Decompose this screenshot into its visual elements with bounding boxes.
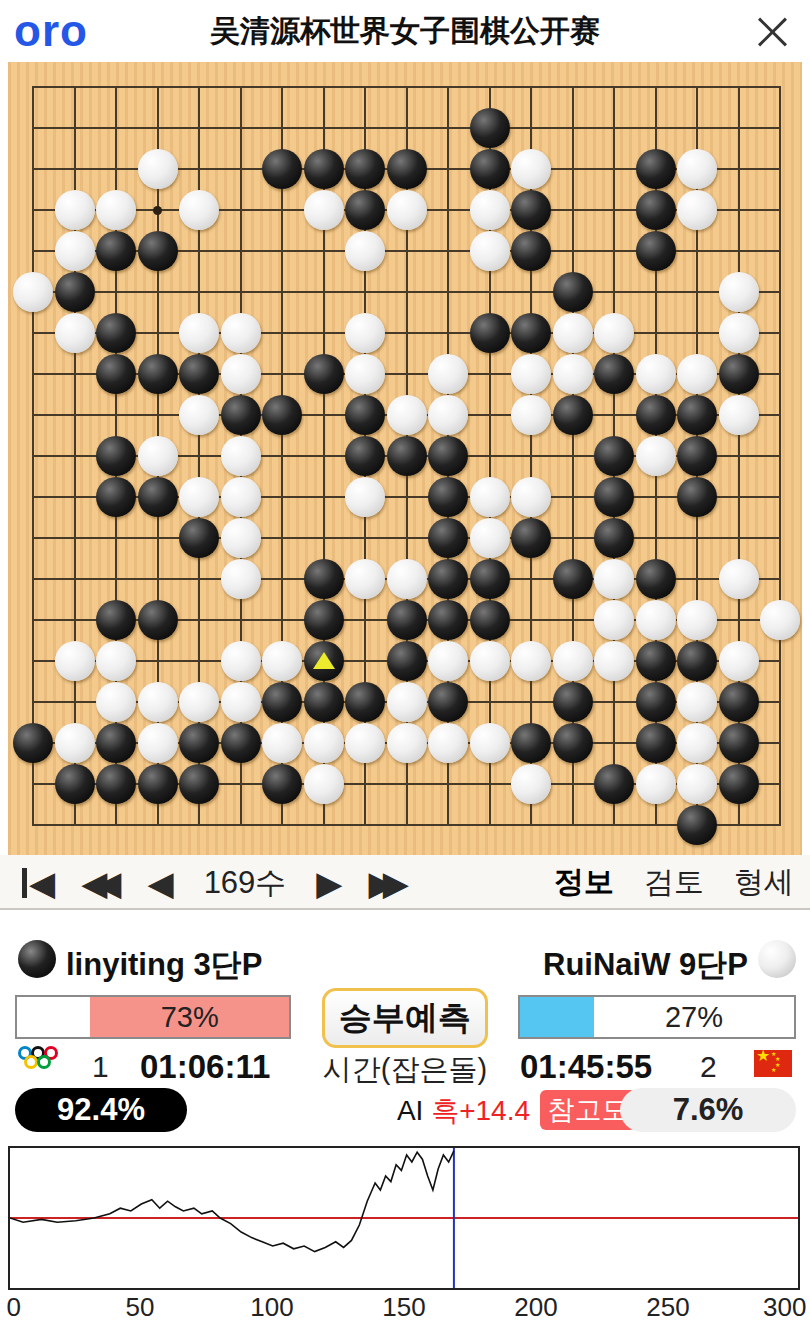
ai-label: AI xyxy=(397,1095,423,1126)
white-vote-fill xyxy=(520,997,594,1037)
stone-white xyxy=(221,354,261,394)
stone-black xyxy=(304,600,344,640)
stone-white xyxy=(553,354,593,394)
last-move-marker xyxy=(313,652,335,669)
graph-x-axis: 050100150200250300 xyxy=(8,1292,800,1322)
stone-black xyxy=(511,723,551,763)
stone-black xyxy=(553,723,593,763)
stone-black xyxy=(96,354,136,394)
stone-white xyxy=(262,641,302,681)
stone-black xyxy=(636,395,676,435)
stone-black xyxy=(304,559,344,599)
black-clock: 01:06:11 xyxy=(140,1048,270,1086)
stone-black xyxy=(55,764,95,804)
stone-black xyxy=(677,805,717,845)
stone-black xyxy=(304,682,344,722)
black-vote-bar: 73% xyxy=(15,995,291,1039)
stone-black xyxy=(179,764,219,804)
stone-white xyxy=(55,641,95,681)
stone-white xyxy=(511,354,551,394)
page-title: 吴清源杯世界女子围棋公开赛 xyxy=(0,0,810,62)
stone-white xyxy=(138,682,178,722)
stone-white xyxy=(55,723,95,763)
stone-black xyxy=(594,764,634,804)
stone-white xyxy=(428,723,468,763)
stone-black xyxy=(387,149,427,189)
nav-controls: ◀ ◀◀ ◀ 169수 ▶ ▶▶ xyxy=(22,855,409,910)
stone-black xyxy=(96,477,136,517)
tab-bar: 정보 검토 형세 xyxy=(554,855,794,910)
stone-black xyxy=(428,436,468,476)
stone-white xyxy=(677,600,717,640)
stone-black xyxy=(470,149,510,189)
stone-black xyxy=(428,600,468,640)
x-tick-label: 100 xyxy=(250,1292,293,1323)
move-navigation-bar: ◀ ◀◀ ◀ 169수 ▶ ▶▶ 정보 검토 형세 xyxy=(0,855,810,910)
stone-black xyxy=(96,231,136,271)
stone-white xyxy=(304,764,344,804)
stone-white xyxy=(345,354,385,394)
stone-white xyxy=(304,723,344,763)
stone-white xyxy=(470,190,510,230)
stone-white xyxy=(55,313,95,353)
stone-black xyxy=(470,313,510,353)
stone-black xyxy=(636,190,676,230)
stone-black xyxy=(636,723,676,763)
stone-black xyxy=(594,518,634,558)
stone-white xyxy=(138,436,178,476)
black-stone-icon xyxy=(18,940,56,978)
stone-white xyxy=(345,559,385,599)
stone-white xyxy=(138,723,178,763)
stone-white xyxy=(594,313,634,353)
stone-black xyxy=(594,436,634,476)
stone-black xyxy=(179,518,219,558)
stone-white xyxy=(179,682,219,722)
stone-black xyxy=(428,559,468,599)
stone-white xyxy=(138,149,178,189)
stone-black xyxy=(719,723,759,763)
stone-black xyxy=(345,395,385,435)
stone-black xyxy=(636,682,676,722)
stone-white xyxy=(719,559,759,599)
olympic-rings-icon xyxy=(18,1046,64,1076)
stone-black xyxy=(428,682,468,722)
china-flag-icon: ★ ★ ★ ★ ★ xyxy=(754,1050,792,1077)
stone-black xyxy=(677,436,717,476)
stone-white xyxy=(221,313,261,353)
stone-black xyxy=(262,149,302,189)
stone-black xyxy=(179,354,219,394)
stone-black xyxy=(345,149,385,189)
stone-black xyxy=(677,641,717,681)
white-stone-icon xyxy=(758,940,796,978)
stone-black xyxy=(138,231,178,271)
stone-white xyxy=(470,231,510,271)
board-wood xyxy=(8,62,802,855)
stone-white xyxy=(511,395,551,435)
stone-black xyxy=(262,682,302,722)
star-point xyxy=(153,206,162,215)
winrate-graph[interactable] xyxy=(8,1146,800,1290)
stone-white xyxy=(221,518,261,558)
stone-white xyxy=(594,641,634,681)
stone-white xyxy=(428,354,468,394)
stone-white xyxy=(636,354,676,394)
stone-black xyxy=(387,641,427,681)
forward-button[interactable]: ▶ xyxy=(316,863,342,903)
header: oro 吴清源杯世界女子围棋公开赛 xyxy=(0,0,810,62)
stone-white xyxy=(96,641,136,681)
stone-black xyxy=(345,436,385,476)
stone-white xyxy=(553,641,593,681)
stone-white xyxy=(96,682,136,722)
stone-black xyxy=(179,723,219,763)
stone-white xyxy=(594,559,634,599)
stone-white xyxy=(55,231,95,271)
stone-white xyxy=(179,313,219,353)
stone-white xyxy=(55,190,95,230)
stone-black xyxy=(96,723,136,763)
stone-white xyxy=(677,149,717,189)
stone-black xyxy=(511,313,551,353)
stone-black xyxy=(553,559,593,599)
stone-white xyxy=(719,272,759,312)
x-tick-label: 150 xyxy=(382,1292,425,1323)
stone-black xyxy=(594,354,634,394)
stone-black xyxy=(387,436,427,476)
stone-black xyxy=(470,600,510,640)
stone-white xyxy=(636,600,676,640)
x-tick-label: 0 xyxy=(7,1292,21,1323)
stone-white xyxy=(511,477,551,517)
stone-black xyxy=(511,231,551,271)
stone-black xyxy=(553,682,593,722)
stone-black xyxy=(221,723,261,763)
stone-white xyxy=(428,641,468,681)
stone-black xyxy=(636,231,676,271)
stone-black xyxy=(304,149,344,189)
tab-position[interactable]: 형세 xyxy=(734,862,794,903)
tab-review[interactable]: 검토 xyxy=(644,862,704,903)
stone-white xyxy=(719,313,759,353)
stone-white xyxy=(594,600,634,640)
black-player-name: linyiting 3단P xyxy=(66,944,262,986)
stone-white xyxy=(221,559,261,599)
stone-white xyxy=(677,764,717,804)
stone-black xyxy=(511,190,551,230)
stone-white xyxy=(387,682,427,722)
white-vote-percent: 27% xyxy=(594,997,794,1037)
stone-white xyxy=(387,190,427,230)
stone-black xyxy=(636,641,676,681)
stone-black xyxy=(470,559,510,599)
stone-black xyxy=(304,354,344,394)
white-ai-winrate: 7.6% xyxy=(620,1088,796,1132)
stone-white xyxy=(304,190,344,230)
stone-black xyxy=(138,600,178,640)
ai-evaluation: AI 흑+14.4 xyxy=(290,1092,530,1130)
stone-white xyxy=(221,477,261,517)
stone-black xyxy=(719,354,759,394)
white-vote-bar: 27% xyxy=(518,995,796,1039)
stone-white xyxy=(221,682,261,722)
stone-white xyxy=(760,600,800,640)
stone-white xyxy=(511,764,551,804)
stone-white xyxy=(470,723,510,763)
stone-white xyxy=(179,477,219,517)
stone-black xyxy=(677,395,717,435)
stone-black xyxy=(55,272,95,312)
stone-white xyxy=(553,313,593,353)
app-window: oro 吴清源杯世界女子围棋公开赛 ◀ ◀◀ ◀ 169수 ▶ ▶▶ 정보 검토… xyxy=(0,0,810,1323)
stone-white xyxy=(470,518,510,558)
stone-black xyxy=(387,600,427,640)
fast-back-button[interactable]: ◀◀ xyxy=(81,863,121,903)
time-captures-caption: 시간(잡은돌) xyxy=(280,1050,530,1090)
stone-black xyxy=(636,559,676,599)
win-prediction-button[interactable]: 승부예측 xyxy=(322,988,488,1048)
stone-black xyxy=(96,600,136,640)
stone-white xyxy=(221,436,261,476)
winrate-chart-svg xyxy=(10,1148,798,1288)
black-captures: 1 xyxy=(92,1050,109,1084)
move-number: 169수 xyxy=(204,862,287,904)
stone-white xyxy=(470,477,510,517)
stone-white xyxy=(470,641,510,681)
stone-black xyxy=(636,149,676,189)
stone-white xyxy=(677,682,717,722)
stone-white xyxy=(677,354,717,394)
stone-white xyxy=(636,436,676,476)
stone-white xyxy=(345,313,385,353)
stone-black xyxy=(428,518,468,558)
stone-black xyxy=(138,477,178,517)
stone-black xyxy=(96,313,136,353)
stone-white xyxy=(345,477,385,517)
stone-white xyxy=(345,231,385,271)
stone-black xyxy=(221,395,261,435)
black-vote-percent: 73% xyxy=(90,997,289,1037)
stone-white xyxy=(387,559,427,599)
fast-forward-button[interactable]: ▶▶ xyxy=(369,863,409,903)
stone-white xyxy=(511,149,551,189)
stone-white xyxy=(428,395,468,435)
stone-white xyxy=(677,723,717,763)
stone-black xyxy=(304,641,344,681)
stone-white xyxy=(96,190,136,230)
white-player-name: RuiNaiW 9단P xyxy=(543,944,748,986)
x-tick-label: 250 xyxy=(646,1292,689,1323)
x-tick-label: 50 xyxy=(126,1292,155,1323)
ai-eval-value: 흑+14.4 xyxy=(431,1095,530,1126)
tab-info[interactable]: 정보 xyxy=(554,862,614,903)
black-ai-winrate: 92.4% xyxy=(15,1088,187,1132)
white-captures: 2 xyxy=(700,1050,717,1084)
stone-black xyxy=(345,682,385,722)
board-grid xyxy=(33,87,780,825)
stone-black xyxy=(96,436,136,476)
stone-black xyxy=(553,272,593,312)
stone-black xyxy=(470,108,510,148)
stone-white xyxy=(221,641,261,681)
first-move-button[interactable]: ◀ xyxy=(22,863,55,903)
close-icon[interactable] xyxy=(756,15,790,49)
stone-white xyxy=(387,395,427,435)
stone-black xyxy=(553,395,593,435)
stone-black xyxy=(345,190,385,230)
stone-black xyxy=(719,682,759,722)
stone-white xyxy=(345,723,385,763)
stone-black xyxy=(262,395,302,435)
stone-black xyxy=(428,477,468,517)
stone-black xyxy=(719,764,759,804)
stone-white xyxy=(719,395,759,435)
stone-white xyxy=(677,190,717,230)
stone-white xyxy=(511,641,551,681)
stone-white xyxy=(262,723,302,763)
stone-white xyxy=(179,190,219,230)
stone-black xyxy=(594,477,634,517)
stone-black xyxy=(138,354,178,394)
back-button[interactable]: ◀ xyxy=(147,863,173,903)
stone-black xyxy=(13,723,53,763)
stone-white xyxy=(636,764,676,804)
stone-white xyxy=(13,272,53,312)
stone-white xyxy=(719,641,759,681)
go-board[interactable] xyxy=(0,62,810,855)
stone-black xyxy=(138,764,178,804)
stone-white xyxy=(179,395,219,435)
stone-black xyxy=(511,518,551,558)
x-tick-label: 200 xyxy=(514,1292,557,1323)
stone-black xyxy=(262,764,302,804)
stone-white xyxy=(387,723,427,763)
stone-black xyxy=(677,477,717,517)
white-clock: 01:45:55 xyxy=(520,1048,652,1086)
x-tick-label: 300 xyxy=(763,1292,806,1323)
stone-black xyxy=(96,764,136,804)
